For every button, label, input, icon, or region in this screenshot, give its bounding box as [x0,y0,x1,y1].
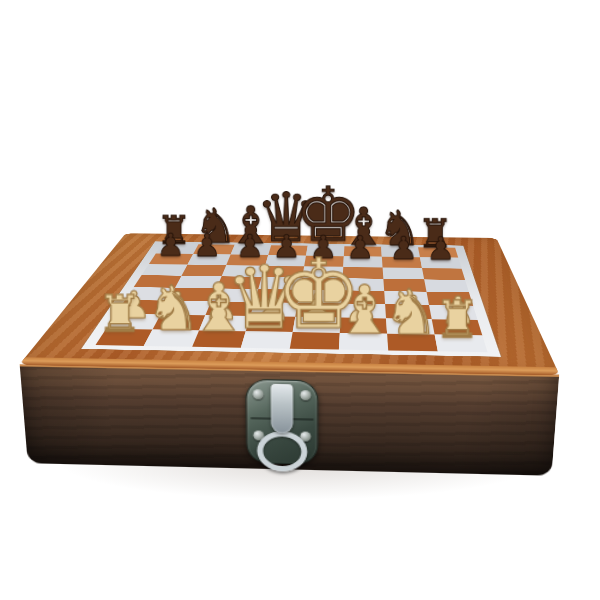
piece-black-pawn[interactable]: ♟ [427,233,455,264]
square-h7[interactable]: ♟ [420,257,462,268]
piece-black-pawn[interactable]: ♟ [193,230,221,261]
box-front [20,364,560,476]
square-e1[interactable]: ♚ [290,332,340,349]
square-a7[interactable]: ♟ [149,254,193,265]
latch [245,379,318,465]
piece-black-pawn[interactable]: ♟ [157,229,185,260]
box-lid-top: ♜♞♝♛♚♝♞♜♟♟♟♟♟♟♟♟♟♟♟♟♟♟♟♟♜♞♝♛♚♝♞♜ [20,233,560,374]
latch-screw [300,390,311,400]
square-g7[interactable]: ♟ [382,257,422,268]
piece-white-rook[interactable]: ♜ [97,289,142,339]
latch-screw [253,389,264,399]
square-g1[interactable]: ♞ [387,334,438,352]
chess-board: ♜♞♝♛♚♝♞♜♟♟♟♟♟♟♟♟♟♟♟♟♟♟♟♟♜♞♝♛♚♝♞♜ [81,241,501,356]
square-f1[interactable]: ♝ [339,333,388,351]
piece-white-knight[interactable]: ♞ [383,282,439,344]
chess-box-photo: ♜♞♝♛♚♝♞♜♟♟♟♟♟♟♟♟♟♟♟♟♟♟♟♟♜♞♝♛♚♝♞♜ [0,0,600,600]
piece-black-pawn[interactable]: ♟ [390,232,418,263]
latch-loop [257,431,308,473]
board-grid: ♜♞♝♛♚♝♞♜♟♟♟♟♟♟♟♟♟♟♟♟♟♟♟♟♜♞♝♛♚♝♞♜ [95,244,487,353]
piece-white-rook[interactable]: ♜ [435,294,481,345]
latch-tongue [271,384,293,434]
square-b7[interactable]: ♟ [188,254,231,265]
square-h1[interactable]: ♜ [435,335,488,353]
